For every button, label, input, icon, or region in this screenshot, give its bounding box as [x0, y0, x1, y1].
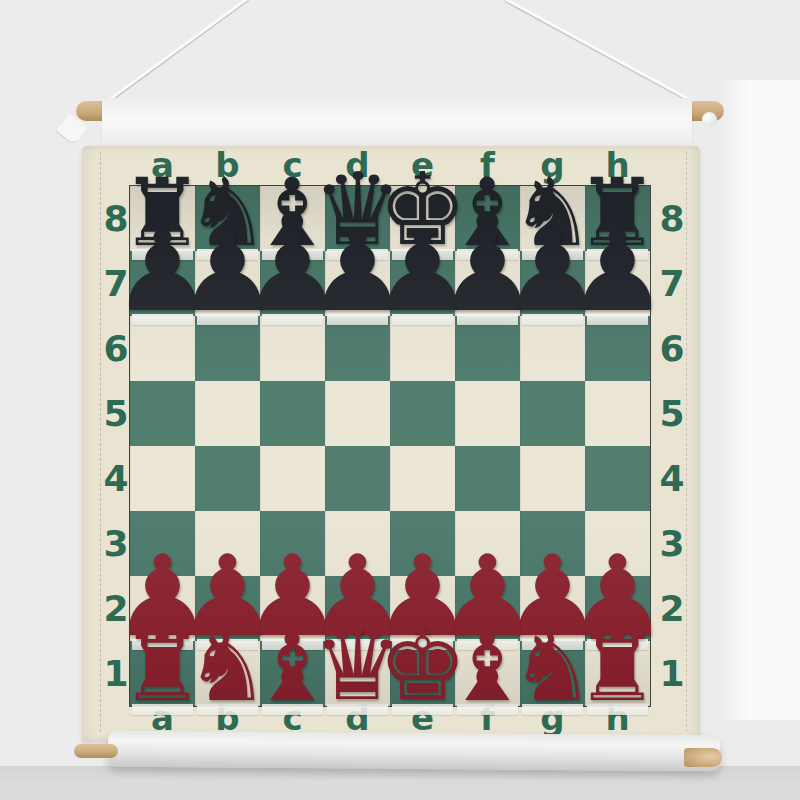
rank-label-left-4: 4 — [98, 446, 134, 511]
square-f5 — [455, 381, 520, 446]
black-pawn-h7: ♟ — [567, 215, 667, 327]
square-d4 — [325, 446, 390, 511]
square-h5 — [585, 381, 650, 446]
square-h7: ♟ — [585, 251, 650, 316]
bottom-dowel-left-end — [74, 744, 118, 758]
square-a5 — [130, 381, 195, 446]
bottom-roll — [108, 731, 720, 772]
bottom-dowel-right-end — [684, 748, 722, 767]
hanging-cord-right — [505, 0, 700, 106]
rank-label-right-5: 5 — [654, 381, 690, 446]
rank-label-left-5: 5 — [98, 381, 134, 446]
square-c4 — [260, 446, 325, 511]
square-b5 — [195, 381, 260, 446]
square-c5 — [260, 381, 325, 446]
square-g4 — [520, 446, 585, 511]
board: ♜♞♝♛♚♝♞♜♟♟♟♟♟♟♟♟♟♟♟♟♟♟♟♟♜♞♝♛♚♝♞♜ — [130, 186, 650, 706]
square-f4 — [455, 446, 520, 511]
square-g5 — [520, 381, 585, 446]
wall-highlight — [716, 80, 800, 720]
top-fabric-sleeve — [102, 98, 692, 150]
square-h1: ♜ — [585, 641, 650, 706]
square-h4 — [585, 446, 650, 511]
square-e4 — [390, 446, 455, 511]
square-e5 — [390, 381, 455, 446]
photo-scene: abcdefgh 87654321 87654321 ♜♞♝♛♚♝♞♜♟♟♟♟♟… — [0, 0, 800, 800]
red-rook-h1: ♜ — [575, 621, 659, 715]
square-d5 — [325, 381, 390, 446]
square-b4 — [195, 446, 260, 511]
cord-knot-bead — [702, 112, 717, 127]
square-a4 — [130, 446, 195, 511]
rank-label-right-4: 4 — [654, 446, 690, 511]
